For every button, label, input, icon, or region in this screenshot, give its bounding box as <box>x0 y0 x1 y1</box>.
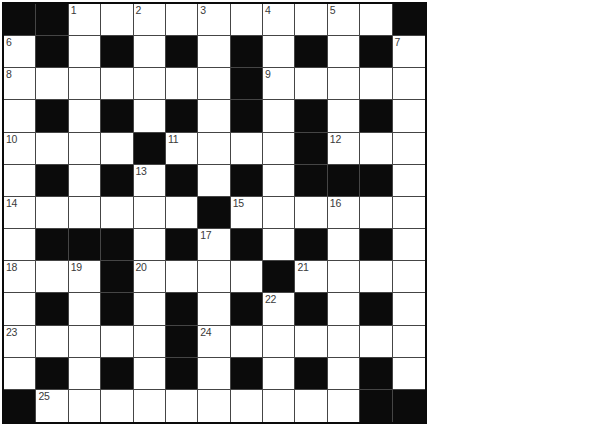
white-cell[interactable] <box>198 358 230 390</box>
clue-number: 19 <box>71 262 82 274</box>
black-cell <box>231 229 263 261</box>
white-cell[interactable] <box>36 326 68 358</box>
clue-number: 9 <box>265 69 271 81</box>
white-cell[interactable]: 10 <box>4 133 36 165</box>
white-cell[interactable] <box>101 326 133 358</box>
black-cell <box>166 229 198 261</box>
white-cell[interactable] <box>134 68 166 100</box>
white-cell[interactable] <box>231 133 263 165</box>
black-cell <box>295 293 327 325</box>
white-cell[interactable] <box>263 229 295 261</box>
white-cell[interactable] <box>69 326 101 358</box>
white-cell[interactable] <box>231 4 263 36</box>
black-cell <box>295 229 327 261</box>
white-cell[interactable]: 19 <box>69 261 101 293</box>
black-cell <box>36 293 68 325</box>
white-cell[interactable] <box>360 68 392 100</box>
black-cell <box>360 229 392 261</box>
white-cell[interactable] <box>69 68 101 100</box>
white-cell[interactable] <box>393 229 425 261</box>
white-cell[interactable]: 17 <box>198 229 230 261</box>
clue-number: 12 <box>330 134 341 146</box>
white-cell[interactable]: 13 <box>134 165 166 197</box>
clue-number: 6 <box>6 37 12 49</box>
white-cell[interactable] <box>4 358 36 390</box>
white-cell[interactable] <box>328 68 360 100</box>
clue-number: 5 <box>330 5 336 17</box>
white-cell[interactable] <box>328 293 360 325</box>
black-cell <box>231 165 263 197</box>
white-cell[interactable] <box>295 68 327 100</box>
white-cell[interactable] <box>263 390 295 422</box>
white-cell[interactable] <box>231 390 263 422</box>
white-cell[interactable] <box>263 197 295 229</box>
white-cell[interactable]: 2 <box>134 4 166 36</box>
white-cell[interactable] <box>36 261 68 293</box>
white-cell[interactable] <box>263 133 295 165</box>
black-cell <box>231 358 263 390</box>
white-cell[interactable] <box>4 100 36 132</box>
white-cell[interactable] <box>134 100 166 132</box>
black-cell <box>166 358 198 390</box>
white-cell[interactable] <box>134 293 166 325</box>
white-cell[interactable] <box>231 261 263 293</box>
white-cell[interactable] <box>263 100 295 132</box>
white-cell[interactable] <box>134 358 166 390</box>
black-cell <box>4 390 36 422</box>
white-cell[interactable]: 3 <box>198 4 230 36</box>
white-cell[interactable] <box>101 133 133 165</box>
clue-number: 10 <box>6 134 17 146</box>
black-cell <box>166 293 198 325</box>
white-cell[interactable]: 21 <box>295 261 327 293</box>
clue-number: 8 <box>6 69 12 81</box>
white-cell[interactable] <box>198 68 230 100</box>
white-cell[interactable] <box>134 390 166 422</box>
clue-number: 4 <box>265 5 271 17</box>
black-cell <box>295 36 327 68</box>
white-cell[interactable]: 25 <box>36 390 68 422</box>
black-cell <box>4 4 36 36</box>
white-cell[interactable] <box>36 68 68 100</box>
black-cell <box>393 390 425 422</box>
clue-number: 23 <box>6 327 17 339</box>
black-cell <box>36 165 68 197</box>
white-cell[interactable] <box>134 197 166 229</box>
white-cell[interactable] <box>101 4 133 36</box>
black-cell <box>295 133 327 165</box>
black-cell <box>36 36 68 68</box>
clue-number: 21 <box>297 262 308 274</box>
white-cell[interactable]: 15 <box>231 197 263 229</box>
white-cell[interactable] <box>393 133 425 165</box>
white-cell[interactable]: 6 <box>4 36 36 68</box>
clue-number: 14 <box>6 198 17 210</box>
white-cell[interactable] <box>134 229 166 261</box>
white-cell[interactable]: 12 <box>328 133 360 165</box>
white-cell[interactable] <box>295 326 327 358</box>
white-cell[interactable]: 22 <box>263 293 295 325</box>
white-cell[interactable] <box>69 358 101 390</box>
black-cell <box>393 4 425 36</box>
black-cell <box>360 358 392 390</box>
white-cell[interactable] <box>295 390 327 422</box>
white-cell[interactable] <box>393 326 425 358</box>
white-cell[interactable] <box>166 68 198 100</box>
white-cell[interactable] <box>134 36 166 68</box>
black-cell <box>101 100 133 132</box>
white-cell[interactable] <box>69 293 101 325</box>
white-cell[interactable] <box>360 4 392 36</box>
white-cell[interactable] <box>393 358 425 390</box>
white-cell[interactable] <box>263 326 295 358</box>
black-cell <box>101 261 133 293</box>
white-cell[interactable] <box>263 165 295 197</box>
white-cell[interactable] <box>393 261 425 293</box>
white-cell[interactable] <box>328 261 360 293</box>
clue-number: 15 <box>233 198 244 210</box>
clue-number: 11 <box>168 134 178 146</box>
white-cell[interactable] <box>393 100 425 132</box>
black-cell <box>166 36 198 68</box>
black-cell <box>166 326 198 358</box>
white-cell[interactable] <box>69 100 101 132</box>
black-cell <box>263 261 295 293</box>
black-cell <box>295 358 327 390</box>
black-cell <box>101 36 133 68</box>
clue-number: 25 <box>38 391 49 403</box>
white-cell[interactable] <box>101 390 133 422</box>
clue-number: 13 <box>136 166 147 178</box>
white-cell[interactable] <box>69 133 101 165</box>
white-cell[interactable] <box>4 229 36 261</box>
black-cell <box>360 36 392 68</box>
white-cell[interactable] <box>198 390 230 422</box>
black-cell <box>69 229 101 261</box>
white-cell[interactable]: 7 <box>393 36 425 68</box>
white-cell[interactable] <box>360 326 392 358</box>
white-cell[interactable] <box>198 293 230 325</box>
white-cell[interactable] <box>198 100 230 132</box>
black-cell <box>231 36 263 68</box>
black-cell <box>101 358 133 390</box>
white-cell[interactable]: 16 <box>328 197 360 229</box>
white-cell[interactable] <box>69 197 101 229</box>
black-cell <box>101 293 133 325</box>
white-cell[interactable] <box>263 358 295 390</box>
clue-number: 16 <box>330 198 341 210</box>
white-cell[interactable] <box>101 68 133 100</box>
black-cell <box>101 229 133 261</box>
clue-number: 2 <box>136 5 142 17</box>
black-cell <box>101 165 133 197</box>
clue-number: 18 <box>6 262 17 274</box>
black-cell <box>36 4 68 36</box>
white-cell[interactable]: 24 <box>198 326 230 358</box>
white-cell[interactable] <box>198 133 230 165</box>
black-cell <box>36 358 68 390</box>
white-cell[interactable] <box>360 133 392 165</box>
white-cell[interactable] <box>328 390 360 422</box>
black-cell <box>360 293 392 325</box>
black-cell <box>231 293 263 325</box>
white-cell[interactable] <box>4 293 36 325</box>
white-cell[interactable] <box>328 358 360 390</box>
white-cell[interactable]: 5 <box>328 4 360 36</box>
white-cell[interactable] <box>69 165 101 197</box>
black-cell <box>328 165 360 197</box>
white-cell[interactable] <box>231 326 263 358</box>
white-cell[interactable] <box>69 390 101 422</box>
white-cell[interactable] <box>101 197 133 229</box>
white-cell[interactable] <box>295 197 327 229</box>
black-cell <box>231 68 263 100</box>
white-cell[interactable]: 8 <box>4 68 36 100</box>
white-cell[interactable] <box>393 165 425 197</box>
white-cell[interactable]: 9 <box>263 68 295 100</box>
black-cell <box>295 165 327 197</box>
white-cell[interactable] <box>360 261 392 293</box>
white-cell[interactable]: 20 <box>134 261 166 293</box>
crossword-board: 1234567891011121314151617181920212223242… <box>2 2 427 424</box>
black-cell <box>36 229 68 261</box>
clue-number: 1 <box>71 5 77 17</box>
white-cell[interactable] <box>198 165 230 197</box>
white-cell[interactable] <box>263 36 295 68</box>
black-cell <box>360 100 392 132</box>
white-cell[interactable] <box>360 197 392 229</box>
white-cell[interactable]: 4 <box>263 4 295 36</box>
white-cell[interactable] <box>198 261 230 293</box>
black-cell <box>166 100 198 132</box>
clue-number: 20 <box>136 262 147 274</box>
black-cell <box>295 100 327 132</box>
white-cell[interactable] <box>166 4 198 36</box>
white-cell[interactable] <box>134 326 166 358</box>
white-cell[interactable] <box>4 165 36 197</box>
white-cell[interactable] <box>393 293 425 325</box>
white-cell[interactable]: 14 <box>4 197 36 229</box>
white-cell[interactable] <box>328 36 360 68</box>
clue-number: 3 <box>200 5 206 17</box>
white-cell[interactable]: 11 <box>166 133 198 165</box>
white-cell[interactable] <box>328 100 360 132</box>
white-cell[interactable]: 1 <box>69 4 101 36</box>
white-cell[interactable] <box>198 36 230 68</box>
black-cell <box>134 133 166 165</box>
black-cell <box>166 165 198 197</box>
white-cell[interactable] <box>393 68 425 100</box>
black-cell <box>360 165 392 197</box>
clue-number: 22 <box>265 294 276 306</box>
white-cell[interactable] <box>295 4 327 36</box>
white-cell[interactable]: 23 <box>4 326 36 358</box>
clue-number: 17 <box>200 230 211 242</box>
white-cell[interactable] <box>166 261 198 293</box>
black-cell <box>231 100 263 132</box>
white-cell[interactable] <box>328 326 360 358</box>
white-cell[interactable]: 18 <box>4 261 36 293</box>
black-cell <box>360 390 392 422</box>
clue-number: 24 <box>200 327 211 339</box>
white-cell[interactable] <box>166 197 198 229</box>
white-cell[interactable] <box>328 229 360 261</box>
white-cell[interactable] <box>166 390 198 422</box>
clue-number: 7 <box>395 37 401 49</box>
white-cell[interactable] <box>36 197 68 229</box>
white-cell[interactable] <box>36 133 68 165</box>
black-cell <box>198 197 230 229</box>
white-cell[interactable] <box>69 36 101 68</box>
black-cell <box>36 100 68 132</box>
white-cell[interactable] <box>393 197 425 229</box>
